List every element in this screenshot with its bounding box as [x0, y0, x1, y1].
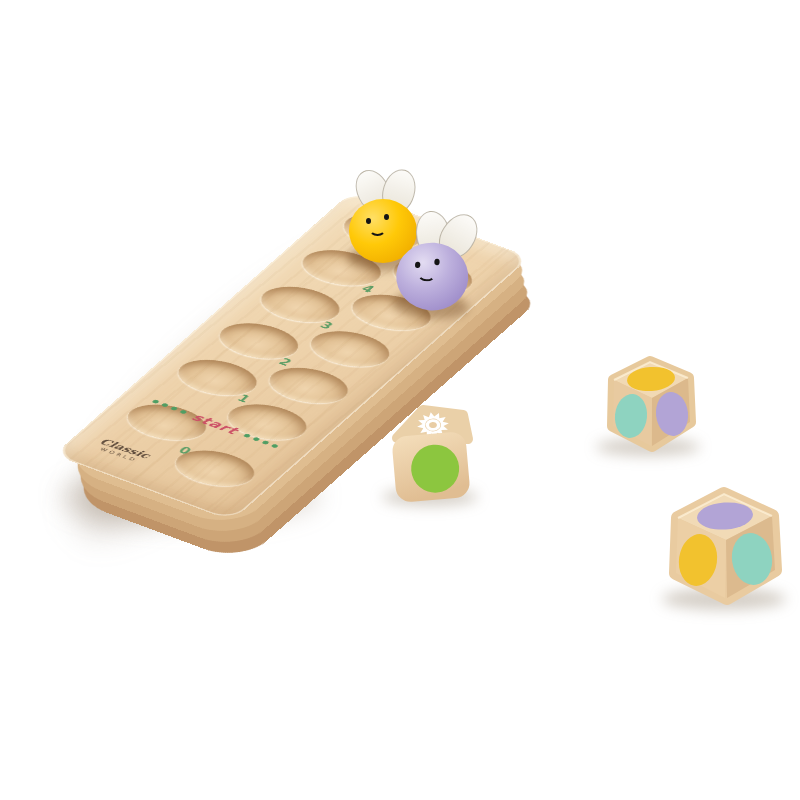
start-dot	[270, 444, 278, 449]
start-dot	[180, 410, 188, 415]
bee-eye	[366, 218, 371, 224]
start-dot	[170, 406, 178, 411]
pit-left-2[interactable]	[210, 316, 308, 365]
pit-right-3[interactable]	[301, 324, 399, 373]
die-1[interactable]	[385, 398, 477, 504]
pit-left-1[interactable]	[169, 353, 267, 402]
pit-right-2[interactable]	[260, 361, 358, 410]
start-dot	[243, 433, 251, 438]
start-dot	[261, 440, 269, 445]
die-3[interactable]	[660, 480, 790, 610]
die-2[interactable]	[600, 350, 700, 458]
start-dot	[152, 399, 160, 404]
purple-bee-piece[interactable]	[378, 207, 487, 324]
pit-left-3[interactable]	[251, 280, 349, 329]
game-board: 5 4 3 2 1 0 start Classic WORLD	[186, 82, 398, 630]
product-photo-scene: 5 4 3 2 1 0 start Classic WORLD	[0, 0, 800, 800]
start-dot	[161, 403, 169, 408]
start-dot	[252, 437, 260, 442]
